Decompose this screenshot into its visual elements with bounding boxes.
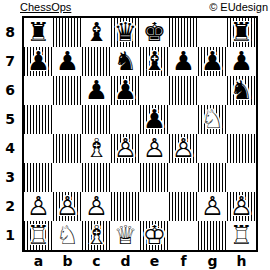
square-c4[interactable]: ♝♗	[82, 134, 111, 163]
piece-white-queen[interactable]: ♛♕	[111, 221, 140, 250]
piece-white-bishop[interactable]: ♝♗	[82, 134, 111, 163]
square-g3[interactable]	[198, 163, 227, 192]
piece-glyph: ♟	[140, 105, 169, 134]
rank-label-6: 6	[0, 76, 20, 105]
piece-black-pawn[interactable]: ♟♟	[24, 47, 53, 76]
piece-glyph: ♟	[227, 47, 256, 76]
piece-glyph: ♙	[169, 134, 198, 163]
square-g7[interactable]: ♟♟	[198, 47, 227, 76]
square-f3[interactable]	[169, 163, 198, 192]
square-b7[interactable]: ♟♟	[53, 47, 82, 76]
square-f2[interactable]	[169, 192, 198, 221]
rank-label-5: 5	[0, 105, 20, 134]
piece-glyph: ♝	[82, 18, 111, 47]
square-d7[interactable]: ♞♞	[111, 47, 140, 76]
piece-glyph: ♟	[53, 47, 82, 76]
file-label-d: d	[111, 253, 140, 269]
square-d6[interactable]: ♟♟	[111, 76, 140, 105]
square-g1[interactable]	[198, 221, 227, 250]
piece-black-bishop[interactable]: ♝♝	[82, 18, 111, 47]
piece-white-bishop[interactable]: ♝♗	[82, 221, 111, 250]
piece-glyph: ♖	[227, 221, 256, 250]
square-h2[interactable]: ♟♙	[227, 192, 256, 221]
square-d8[interactable]: ♛♛	[111, 18, 140, 47]
piece-glyph: ♕	[111, 221, 140, 250]
piece-white-pawn[interactable]: ♟♙	[169, 134, 198, 163]
square-e6[interactable]	[140, 76, 169, 105]
piece-white-knight[interactable]: ♞♘	[198, 105, 227, 134]
square-h6[interactable]: ♞♞	[227, 76, 256, 105]
square-e8[interactable]: ♚♚	[140, 18, 169, 47]
piece-glyph: ♙	[24, 192, 53, 221]
piece-black-bishop[interactable]: ♝♝	[140, 47, 169, 76]
piece-black-pawn[interactable]: ♟♟	[169, 47, 198, 76]
file-label-h: h	[227, 253, 256, 269]
square-b6[interactable]	[53, 76, 82, 105]
piece-black-pawn[interactable]: ♟♟	[111, 76, 140, 105]
square-e3[interactable]	[140, 163, 169, 192]
square-g5[interactable]: ♞♘	[198, 105, 227, 134]
square-h5[interactable]	[227, 105, 256, 134]
square-c8[interactable]: ♝♝	[82, 18, 111, 47]
piece-white-pawn[interactable]: ♟♙	[227, 192, 256, 221]
piece-glyph: ♟	[24, 47, 53, 76]
piece-glyph: ♛	[111, 18, 140, 47]
piece-white-pawn[interactable]: ♟♙	[198, 192, 227, 221]
piece-white-pawn[interactable]: ♟♙	[82, 192, 111, 221]
square-h4[interactable]	[227, 134, 256, 163]
piece-glyph: ♙	[82, 192, 111, 221]
square-e2[interactable]	[140, 192, 169, 221]
piece-glyph: ♞	[111, 47, 140, 76]
square-c3[interactable]	[82, 163, 111, 192]
square-f5[interactable]	[169, 105, 198, 134]
piece-glyph: ♜	[24, 18, 53, 47]
piece-black-knight[interactable]: ♞♞	[227, 76, 256, 105]
rank-label-1: 1	[0, 221, 20, 250]
piece-glyph: ♚	[140, 18, 169, 47]
square-a8[interactable]: ♜♜	[24, 18, 53, 47]
piece-black-rook[interactable]: ♜♜	[24, 18, 53, 47]
square-b1[interactable]: ♞♘	[53, 221, 82, 250]
square-a1[interactable]: ♜♖	[24, 221, 53, 250]
square-g2[interactable]: ♟♙	[198, 192, 227, 221]
square-h1[interactable]: ♜♖	[227, 221, 256, 250]
square-d1[interactable]: ♛♕	[111, 221, 140, 250]
piece-white-rook[interactable]: ♜♖	[227, 221, 256, 250]
piece-white-knight[interactable]: ♞♘	[53, 221, 82, 250]
piece-white-pawn[interactable]: ♟♙	[24, 192, 53, 221]
square-h7[interactable]: ♟♟	[227, 47, 256, 76]
square-b8[interactable]	[53, 18, 82, 47]
piece-black-pawn[interactable]: ♟♟	[227, 47, 256, 76]
square-a5[interactable]	[24, 105, 53, 134]
piece-glyph: ♜	[227, 18, 256, 47]
rank-label-8: 8	[0, 18, 20, 47]
piece-white-king[interactable]: ♚♔	[140, 221, 169, 250]
piece-glyph: ♔	[140, 221, 169, 250]
square-g4[interactable]	[198, 134, 227, 163]
square-f4[interactable]: ♟♙	[169, 134, 198, 163]
piece-glyph: ♙	[140, 134, 169, 163]
piece-glyph: ♙	[111, 134, 140, 163]
square-d5[interactable]	[111, 105, 140, 134]
app-title[interactable]: ChessOps	[20, 0, 71, 14]
rank-label-2: 2	[0, 192, 20, 221]
chess-diagram-page: ChessOps © EUdesign ♜♜♝♝♛♛♚♚♜♜♟♟♟♟♞♞♝♝♟♟…	[0, 0, 270, 270]
piece-glyph: ♘	[198, 105, 227, 134]
square-c6[interactable]: ♟♟	[82, 76, 111, 105]
square-b5[interactable]	[53, 105, 82, 134]
file-label-c: c	[82, 253, 111, 269]
piece-black-king[interactable]: ♚♚	[140, 18, 169, 47]
square-f8[interactable]	[169, 18, 198, 47]
square-f1[interactable]	[169, 221, 198, 250]
piece-glyph: ♙	[53, 192, 82, 221]
square-c5[interactable]	[82, 105, 111, 134]
piece-black-pawn[interactable]: ♟♟	[82, 76, 111, 105]
file-label-f: f	[169, 253, 198, 269]
piece-glyph: ♟	[198, 47, 227, 76]
square-a7[interactable]: ♟♟	[24, 47, 53, 76]
piece-black-pawn[interactable]: ♟♟	[53, 47, 82, 76]
square-c1[interactable]: ♝♗	[82, 221, 111, 250]
piece-glyph: ♟	[169, 47, 198, 76]
square-e4[interactable]: ♟♙	[140, 134, 169, 163]
file-label-a: a	[24, 253, 53, 269]
piece-white-pawn[interactable]: ♟♙	[111, 134, 140, 163]
piece-white-rook[interactable]: ♜♖	[24, 221, 53, 250]
square-b4[interactable]	[53, 134, 82, 163]
piece-black-knight[interactable]: ♞♞	[111, 47, 140, 76]
piece-black-pawn[interactable]: ♟♟	[198, 47, 227, 76]
piece-glyph: ♞	[227, 76, 256, 105]
piece-glyph: ♗	[82, 221, 111, 250]
file-label-b: b	[53, 253, 82, 269]
file-label-e: e	[140, 253, 169, 269]
square-c2[interactable]: ♟♙	[82, 192, 111, 221]
square-e7[interactable]: ♝♝	[140, 47, 169, 76]
rank-label-3: 3	[0, 163, 20, 192]
piece-glyph: ♟	[111, 76, 140, 105]
chess-board[interactable]: ♜♜♝♝♛♛♚♚♜♜♟♟♟♟♞♞♝♝♟♟♟♟♟♟♟♟♟♟♞♞♟♟♞♘♝♗♟♙♟♙…	[22, 16, 258, 252]
square-e5[interactable]: ♟♟	[140, 105, 169, 134]
square-b3[interactable]	[53, 163, 82, 192]
piece-glyph: ♝	[140, 47, 169, 76]
piece-white-pawn[interactable]: ♟♙	[53, 192, 82, 221]
piece-glyph: ♙	[227, 192, 256, 221]
square-a6[interactable]	[24, 76, 53, 105]
square-g6[interactable]	[198, 76, 227, 105]
square-d3[interactable]	[111, 163, 140, 192]
credit-label: © EUdesign	[209, 0, 268, 14]
piece-black-rook[interactable]: ♜♜	[227, 18, 256, 47]
piece-glyph: ♙	[198, 192, 227, 221]
square-h8[interactable]: ♜♜	[227, 18, 256, 47]
square-a2[interactable]: ♟♙	[24, 192, 53, 221]
piece-glyph: ♖	[24, 221, 53, 250]
file-label-g: g	[198, 253, 227, 269]
rank-label-4: 4	[0, 134, 20, 163]
piece-black-pawn[interactable]: ♟♟	[140, 105, 169, 134]
square-c7[interactable]	[82, 47, 111, 76]
square-g8[interactable]	[198, 18, 227, 47]
square-a3[interactable]	[24, 163, 53, 192]
piece-glyph: ♗	[82, 134, 111, 163]
square-d2[interactable]	[111, 192, 140, 221]
square-f7[interactable]: ♟♟	[169, 47, 198, 76]
square-e1[interactable]: ♚♔	[140, 221, 169, 250]
piece-white-pawn[interactable]: ♟♙	[140, 134, 169, 163]
square-f6[interactable]	[169, 76, 198, 105]
square-a4[interactable]	[24, 134, 53, 163]
rank-label-7: 7	[0, 47, 20, 76]
square-h3[interactable]	[227, 163, 256, 192]
piece-glyph: ♟	[82, 76, 111, 105]
piece-glyph: ♘	[53, 221, 82, 250]
square-b2[interactable]: ♟♙	[53, 192, 82, 221]
piece-black-queen[interactable]: ♛♛	[111, 18, 140, 47]
square-d4[interactable]: ♟♙	[111, 134, 140, 163]
